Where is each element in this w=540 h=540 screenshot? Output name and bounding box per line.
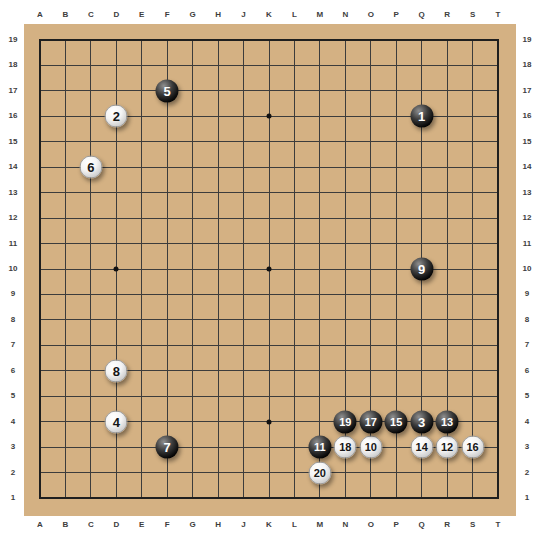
stone-black-f17: 5: [156, 79, 179, 102]
col-label-bottom-n: N: [342, 521, 348, 529]
move-number: 16: [466, 442, 478, 453]
col-label-top-a: A: [37, 11, 43, 19]
move-number: 1: [418, 110, 425, 123]
col-label-top-f: F: [165, 11, 170, 19]
row-label-right-9: 9: [525, 290, 529, 298]
col-label-bottom-s: S: [470, 521, 475, 529]
move-number: 8: [113, 364, 120, 377]
col-label-bottom-m: M: [317, 521, 324, 529]
col-label-bottom-j: J: [241, 521, 245, 529]
stone-white-c14: 6: [79, 156, 102, 179]
col-label-bottom-f: F: [165, 521, 170, 529]
col-label-top-l: L: [292, 11, 297, 19]
row-label-right-17: 17: [523, 87, 532, 95]
col-label-bottom-e: E: [139, 521, 144, 529]
row-label-left-7: 7: [11, 341, 15, 349]
row-label-right-13: 13: [523, 189, 532, 197]
row-label-right-19: 19: [523, 36, 532, 44]
row-label-left-1: 1: [11, 494, 15, 502]
move-number: 13: [441, 416, 453, 427]
row-label-left-11: 11: [9, 240, 17, 248]
star-point-k10: [267, 267, 272, 272]
row-label-left-5: 5: [11, 392, 15, 400]
row-label-left-6: 6: [11, 367, 15, 375]
row-label-right-15: 15: [523, 138, 532, 146]
col-label-bottom-a: A: [37, 521, 43, 529]
star-point-k16: [267, 114, 272, 119]
row-label-left-8: 8: [11, 316, 15, 324]
col-label-bottom-k: K: [266, 521, 272, 529]
row-label-left-18: 18: [9, 61, 18, 69]
row-label-right-11: 11: [523, 240, 531, 248]
col-label-bottom-r: R: [444, 521, 450, 529]
row-label-right-12: 12: [523, 214, 532, 222]
row-label-right-6: 6: [525, 367, 529, 375]
col-label-bottom-t: T: [496, 521, 501, 529]
stone-black-r4: 13: [436, 410, 459, 433]
col-label-bottom-h: H: [215, 521, 221, 529]
row-label-right-2: 2: [525, 469, 529, 477]
col-label-top-g: G: [190, 11, 196, 19]
move-number: 5: [164, 84, 171, 97]
row-label-left-10: 10: [9, 265, 18, 273]
stone-white-n3: 18: [334, 436, 357, 459]
col-label-top-o: O: [368, 11, 374, 19]
stone-black-n4: 19: [334, 410, 357, 433]
row-label-right-1: 1: [525, 494, 529, 502]
col-label-top-b: B: [63, 11, 69, 19]
move-number: 19: [339, 416, 351, 427]
row-label-right-16: 16: [523, 112, 532, 120]
stone-black-o4: 17: [359, 410, 382, 433]
row-label-left-4: 4: [11, 418, 15, 426]
stone-white-q3: 14: [410, 436, 433, 459]
stone-white-o3: 10: [359, 436, 382, 459]
row-label-left-15: 15: [9, 138, 18, 146]
row-label-left-12: 12: [9, 214, 18, 222]
col-label-bottom-l: L: [292, 521, 297, 529]
row-label-right-10: 10: [523, 265, 532, 273]
col-label-top-q: Q: [419, 11, 425, 19]
row-label-right-8: 8: [525, 316, 529, 324]
stone-black-p4: 15: [385, 410, 408, 433]
move-number: 9: [418, 263, 425, 276]
star-point-d10: [114, 267, 119, 272]
stone-black-f3: 7: [156, 436, 179, 459]
row-label-right-5: 5: [525, 392, 529, 400]
move-number: 12: [441, 442, 453, 453]
col-label-top-c: C: [88, 11, 94, 19]
go-board-diagram: ABCDEFGHJKLMNOPQRST ABCDEFGHJKLMNOPQRST …: [0, 0, 540, 540]
col-label-top-k: K: [266, 11, 272, 19]
col-label-bottom-q: Q: [419, 521, 425, 529]
col-label-top-m: M: [317, 11, 324, 19]
stone-white-d4: 4: [105, 410, 128, 433]
col-label-top-j: J: [241, 11, 245, 19]
col-label-top-p: P: [394, 11, 399, 19]
col-label-top-d: D: [113, 11, 119, 19]
row-label-left-19: 19: [9, 36, 18, 44]
col-label-bottom-o: O: [368, 521, 374, 529]
col-label-bottom-d: D: [113, 521, 119, 529]
col-label-top-h: H: [215, 11, 221, 19]
stone-white-s3: 16: [461, 436, 484, 459]
move-number: 2: [113, 110, 120, 123]
stone-black-q10: 9: [410, 258, 433, 281]
stone-black-q4: 3: [410, 410, 433, 433]
move-number: 3: [418, 415, 425, 428]
row-label-right-7: 7: [525, 341, 529, 349]
move-number: 18: [339, 442, 351, 453]
move-number: 14: [416, 442, 428, 453]
col-label-top-t: T: [496, 11, 501, 19]
row-label-left-13: 13: [9, 189, 18, 197]
stone-white-r3: 12: [436, 436, 459, 459]
move-number: 10: [365, 442, 377, 453]
move-number: 11: [314, 442, 326, 453]
move-number: 15: [390, 416, 402, 427]
row-label-right-4: 4: [525, 418, 529, 426]
col-label-bottom-b: B: [63, 521, 69, 529]
row-label-right-3: 3: [525, 443, 529, 451]
col-label-top-s: S: [470, 11, 475, 19]
stone-white-d6: 8: [105, 359, 128, 382]
col-label-top-r: R: [444, 11, 450, 19]
row-label-left-9: 9: [11, 290, 15, 298]
star-point-k4: [267, 419, 272, 424]
row-label-left-3: 3: [11, 443, 15, 451]
move-number: 17: [365, 416, 377, 427]
col-label-bottom-p: P: [394, 521, 399, 529]
row-label-left-17: 17: [9, 87, 18, 95]
move-number: 4: [113, 415, 120, 428]
move-number: 6: [87, 161, 94, 174]
stone-white-m2: 20: [308, 461, 331, 484]
stone-black-q16: 1: [410, 105, 433, 128]
stone-black-m3: 11: [308, 436, 331, 459]
row-label-right-14: 14: [523, 163, 532, 171]
row-label-left-14: 14: [9, 163, 18, 171]
col-label-bottom-g: G: [190, 521, 196, 529]
row-label-left-2: 2: [11, 469, 15, 477]
stone-white-d16: 2: [105, 105, 128, 128]
row-label-left-16: 16: [9, 112, 18, 120]
move-number: 7: [164, 441, 171, 454]
row-label-right-18: 18: [523, 61, 532, 69]
go-board[interactable]: 1234567891011121314151617181920: [24, 24, 516, 516]
move-number: 20: [314, 467, 326, 478]
col-label-bottom-c: C: [88, 521, 94, 529]
col-label-top-n: N: [342, 11, 348, 19]
col-label-top-e: E: [139, 11, 144, 19]
